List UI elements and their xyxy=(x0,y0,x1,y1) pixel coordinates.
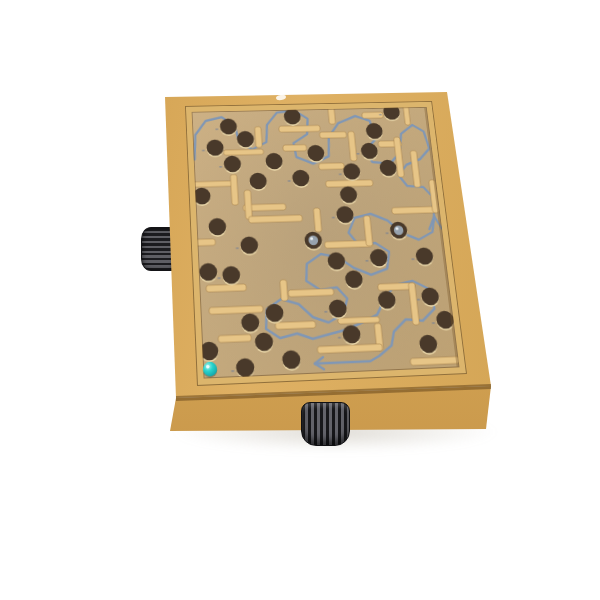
hole-number-mark xyxy=(236,247,239,249)
hole-number-mark xyxy=(386,232,389,234)
wall-segment xyxy=(283,145,307,152)
wall-segment xyxy=(275,321,316,329)
wall-segment xyxy=(324,240,372,248)
wall-segment xyxy=(279,125,320,132)
page-root: { "game": "wooden labyrinth tilt-maze (m… xyxy=(0,0,600,600)
hole-number-mark xyxy=(332,217,335,219)
wall-segment xyxy=(319,163,345,170)
hole-number-mark xyxy=(231,370,234,372)
hole-number-mark xyxy=(219,166,222,168)
wall-segment xyxy=(280,280,288,301)
maze-board xyxy=(185,101,467,386)
wall-segment xyxy=(206,284,246,292)
hole-number-mark xyxy=(432,322,435,324)
hole-number-mark xyxy=(357,153,360,155)
wall-segment xyxy=(326,180,373,187)
hole-number-mark xyxy=(338,337,341,339)
wall-segment xyxy=(392,206,438,214)
hole-number-mark xyxy=(218,277,221,279)
wall-segment xyxy=(319,132,346,139)
hole-number-mark xyxy=(411,258,414,260)
hole-number-mark xyxy=(324,311,327,313)
hole-number-mark xyxy=(339,173,342,175)
maze-plate xyxy=(185,101,467,386)
hole-number-mark xyxy=(202,150,205,152)
hole-number-mark xyxy=(288,180,291,182)
wall-segment xyxy=(288,288,334,296)
wall-segment xyxy=(338,317,380,324)
wall-segment xyxy=(255,127,263,148)
hole-number-mark xyxy=(417,299,420,301)
hole-number-mark xyxy=(215,128,218,130)
wall-segment xyxy=(248,215,302,223)
wall-segment xyxy=(223,149,263,155)
hole-number-mark xyxy=(379,114,382,116)
front-tilt-knob[interactable] xyxy=(301,402,350,446)
hole-number-mark xyxy=(366,260,369,262)
wall-segment xyxy=(218,334,251,342)
